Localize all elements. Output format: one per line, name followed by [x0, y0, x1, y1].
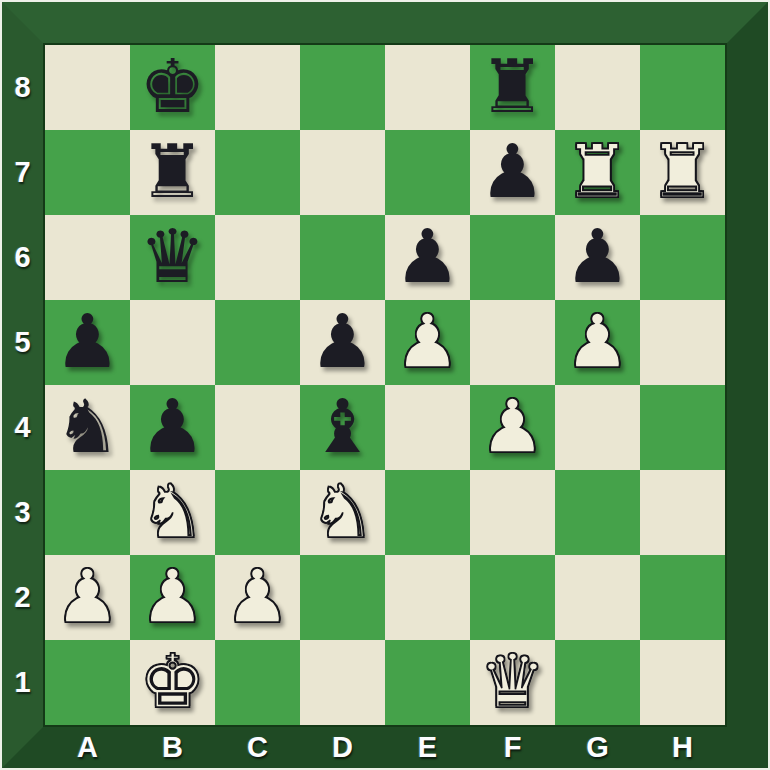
square-e7[interactable]	[385, 130, 470, 215]
square-c1[interactable]	[215, 640, 300, 725]
file-label-e: E	[385, 725, 470, 770]
square-b5[interactable]	[130, 300, 215, 385]
square-e3[interactable]	[385, 470, 470, 555]
piece-white-pawn[interactable]: ♟	[564, 304, 630, 378]
piece-white-knight[interactable]: ♞	[139, 474, 205, 548]
rank-label-4: 4	[0, 385, 45, 470]
piece-black-rook[interactable]: ♜	[139, 134, 205, 208]
square-c6[interactable]	[215, 215, 300, 300]
chess-board: ♚♜♜♟♜♜♛♟♟♟♟♟♟♞♟♝♟♞♞♟♟♟♚♛	[45, 45, 725, 725]
square-c2[interactable]: ♟	[215, 555, 300, 640]
square-c7[interactable]	[215, 130, 300, 215]
square-d5[interactable]: ♟	[300, 300, 385, 385]
square-b6[interactable]: ♛	[130, 215, 215, 300]
piece-white-queen[interactable]: ♛	[479, 644, 545, 718]
rank-label-2: 2	[0, 555, 45, 640]
square-e4[interactable]	[385, 385, 470, 470]
file-label-c: C	[215, 725, 300, 770]
piece-white-pawn[interactable]: ♟	[394, 304, 460, 378]
square-g8[interactable]	[555, 45, 640, 130]
square-e5[interactable]: ♟	[385, 300, 470, 385]
square-e6[interactable]: ♟	[385, 215, 470, 300]
square-b4[interactable]: ♟	[130, 385, 215, 470]
square-h8[interactable]	[640, 45, 725, 130]
square-f1[interactable]: ♛	[470, 640, 555, 725]
square-g4[interactable]	[555, 385, 640, 470]
square-b7[interactable]: ♜	[130, 130, 215, 215]
square-f5[interactable]	[470, 300, 555, 385]
square-b2[interactable]: ♟	[130, 555, 215, 640]
square-g7[interactable]: ♜	[555, 130, 640, 215]
piece-black-pawn[interactable]: ♟	[564, 219, 630, 293]
square-h3[interactable]	[640, 470, 725, 555]
square-h7[interactable]: ♜	[640, 130, 725, 215]
square-a4[interactable]: ♞	[45, 385, 130, 470]
square-d2[interactable]	[300, 555, 385, 640]
square-d8[interactable]	[300, 45, 385, 130]
piece-black-queen[interactable]: ♛	[139, 219, 205, 293]
file-label-h: H	[640, 725, 725, 770]
piece-black-pawn[interactable]: ♟	[139, 389, 205, 463]
square-f2[interactable]	[470, 555, 555, 640]
square-c5[interactable]	[215, 300, 300, 385]
rank-label-1: 1	[0, 640, 45, 725]
square-c4[interactable]	[215, 385, 300, 470]
piece-black-pawn[interactable]: ♟	[394, 219, 460, 293]
file-label-b: B	[130, 725, 215, 770]
rank-labels: 87654321	[0, 45, 45, 725]
piece-white-rook[interactable]: ♜	[649, 134, 715, 208]
piece-white-pawn[interactable]: ♟	[139, 559, 205, 633]
square-g6[interactable]: ♟	[555, 215, 640, 300]
square-d7[interactable]	[300, 130, 385, 215]
square-g2[interactable]	[555, 555, 640, 640]
piece-black-pawn[interactable]: ♟	[479, 134, 545, 208]
square-c8[interactable]	[215, 45, 300, 130]
square-e2[interactable]	[385, 555, 470, 640]
square-h2[interactable]	[640, 555, 725, 640]
piece-white-rook[interactable]: ♜	[564, 134, 630, 208]
square-f4[interactable]: ♟	[470, 385, 555, 470]
square-d3[interactable]: ♞	[300, 470, 385, 555]
square-b1[interactable]: ♚	[130, 640, 215, 725]
file-label-d: D	[300, 725, 385, 770]
square-f7[interactable]: ♟	[470, 130, 555, 215]
square-h1[interactable]	[640, 640, 725, 725]
chess-board-window: 87654321 ABCDEFGH ♚♜♜♟♜♜♛♟♟♟♟♟♟♞♟♝♟♞♞♟♟♟…	[0, 0, 770, 770]
rank-label-3: 3	[0, 470, 45, 555]
piece-black-pawn[interactable]: ♟	[309, 304, 375, 378]
square-h4[interactable]	[640, 385, 725, 470]
piece-white-pawn[interactable]: ♟	[224, 559, 290, 633]
square-f6[interactable]	[470, 215, 555, 300]
rank-label-7: 7	[0, 130, 45, 215]
square-e8[interactable]	[385, 45, 470, 130]
piece-white-knight[interactable]: ♞	[309, 474, 375, 548]
rank-label-6: 6	[0, 215, 45, 300]
square-a8[interactable]	[45, 45, 130, 130]
piece-black-king[interactable]: ♚	[139, 49, 205, 123]
square-g1[interactable]	[555, 640, 640, 725]
square-d1[interactable]	[300, 640, 385, 725]
square-a2[interactable]: ♟	[45, 555, 130, 640]
piece-black-knight[interactable]: ♞	[54, 389, 120, 463]
square-e1[interactable]	[385, 640, 470, 725]
rank-label-5: 5	[0, 300, 45, 385]
square-a7[interactable]	[45, 130, 130, 215]
square-d6[interactable]	[300, 215, 385, 300]
file-label-a: A	[45, 725, 130, 770]
square-a3[interactable]	[45, 470, 130, 555]
rank-label-8: 8	[0, 45, 45, 130]
square-d4[interactable]: ♝	[300, 385, 385, 470]
piece-black-pawn[interactable]: ♟	[54, 304, 120, 378]
square-g3[interactable]	[555, 470, 640, 555]
piece-black-rook[interactable]: ♜	[479, 49, 545, 123]
piece-white-pawn[interactable]: ♟	[54, 559, 120, 633]
piece-white-pawn[interactable]: ♟	[479, 389, 545, 463]
file-label-f: F	[470, 725, 555, 770]
file-label-g: G	[555, 725, 640, 770]
square-a6[interactable]	[45, 215, 130, 300]
piece-black-bishop[interactable]: ♝	[309, 389, 375, 463]
square-c3[interactable]	[215, 470, 300, 555]
square-b3[interactable]: ♞	[130, 470, 215, 555]
square-g5[interactable]: ♟	[555, 300, 640, 385]
piece-white-king[interactable]: ♚	[139, 644, 205, 718]
square-f3[interactable]	[470, 470, 555, 555]
square-h5[interactable]	[640, 300, 725, 385]
square-h6[interactable]	[640, 215, 725, 300]
square-b8[interactable]: ♚	[130, 45, 215, 130]
square-a1[interactable]	[45, 640, 130, 725]
file-labels: ABCDEFGH	[45, 725, 725, 770]
square-a5[interactable]: ♟	[45, 300, 130, 385]
square-f8[interactable]: ♜	[470, 45, 555, 130]
